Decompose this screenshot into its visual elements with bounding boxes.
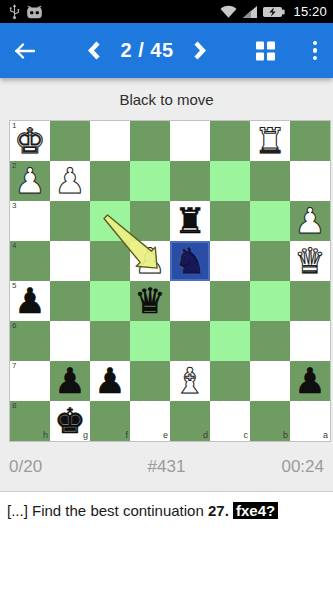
square-f1[interactable] [90,121,130,161]
rank-label-4: 4 [12,242,16,250]
square-b7[interactable] [250,361,290,401]
grid-view-button[interactable] [256,41,275,60]
square-a1[interactable] [290,121,330,161]
square-h6[interactable]: 6 [10,321,50,361]
score: 0/20 [9,457,114,477]
timer: 00:24 [219,457,324,477]
square-c1[interactable] [210,121,250,161]
file-label-e: e [163,431,168,440]
square-c7[interactable] [210,361,250,401]
square-e7[interactable] [130,361,170,401]
white-pawn-h2: ♟ [14,161,45,201]
square-g3[interactable] [50,201,90,241]
file-label-d: d [203,431,208,440]
chess-board[interactable]: 1♚♜2♟♟3♜♟4♟♞♛5♟♛67♟♟♝♟8hg♚fedcba [10,121,330,441]
white-queen-a4: ♛ [294,241,325,281]
puzzle-counter: 2 / 45 [120,39,173,62]
square-h4[interactable]: 4 [10,241,50,281]
toolbar: 2 / 45 [0,23,333,78]
rank-label-7: 7 [12,362,16,370]
black-knight-d4: ♞ [174,241,205,281]
square-e6[interactable] [130,321,170,361]
file-label-a: a [323,431,328,440]
rank-label-6: 6 [12,322,16,330]
white-pawn-e4: ♟ [134,241,165,281]
rank-label-2: 2 [12,162,16,170]
square-c8[interactable]: c [210,401,250,441]
usb-icon [9,4,20,20]
wifi-icon [220,5,237,18]
square-f7[interactable]: ♟ [90,361,130,401]
overflow-dots-icon [313,41,318,46]
puzzle-number: #431 [114,457,219,477]
square-a4[interactable]: ♛ [290,241,330,281]
square-h8[interactable]: 8h [10,401,50,441]
square-b5[interactable] [250,281,290,321]
square-g1[interactable] [50,121,90,161]
signal-icon [243,6,257,18]
square-f2[interactable] [90,161,130,201]
square-h3[interactable]: 3 [10,201,50,241]
square-f4[interactable] [90,241,130,281]
square-d3[interactable]: ♜ [170,201,210,241]
square-e2[interactable] [130,161,170,201]
battery-charging-icon [263,6,285,18]
square-d8[interactable]: d [170,401,210,441]
white-rook-b1: ♜ [254,121,285,161]
square-h1[interactable]: 1♚ [10,121,50,161]
prompt-prefix: [...] [7,502,28,519]
rank-label-3: 3 [12,202,16,210]
square-g8[interactable]: g♚ [50,401,90,441]
prompt-text: Find the best continuation [32,502,204,519]
square-e3[interactable] [130,201,170,241]
square-g7[interactable]: ♟ [50,361,90,401]
square-c3[interactable] [210,201,250,241]
square-a5[interactable] [290,281,330,321]
board-wrap: 1♚♜2♟♟3♜♟4♟♞♛5♟♛67♟♟♝♟8hg♚fedcba [9,120,331,442]
black-rook-d3: ♜ [174,201,205,241]
square-d6[interactable] [170,321,210,361]
square-a6[interactable] [290,321,330,361]
turn-banner: Black to move [0,78,333,120]
rank-label-1: 1 [12,122,16,130]
square-g4[interactable] [50,241,90,281]
square-a2[interactable] [290,161,330,201]
grid-icon [256,41,264,49]
black-pawn-a7: ♟ [294,361,325,401]
next-puzzle-button[interactable] [194,41,206,60]
status-bar: 15:20 [0,0,333,23]
square-d5[interactable] [170,281,210,321]
black-pawn-f7: ♟ [94,361,125,401]
square-c2[interactable] [210,161,250,201]
square-f8[interactable]: f [90,401,130,441]
rank-label-8: 8 [12,402,16,410]
file-label-c: c [244,431,249,440]
white-pawn-a3: ♟ [294,201,325,241]
square-d2[interactable] [170,161,210,201]
square-b1[interactable]: ♜ [250,121,290,161]
prompt-area: [...] Find the best continuation 27. fxe… [0,492,333,529]
board-section: Black to move 1♚♜2♟♟3♜♟4♟♞♛5♟♛67♟♟♝♟8hg♚… [0,78,333,492]
prev-puzzle-button[interactable] [88,41,100,60]
square-g6[interactable] [50,321,90,361]
black-queen-e5: ♛ [134,281,165,321]
square-f3[interactable] [90,201,130,241]
square-a8[interactable]: a [290,401,330,441]
black-pawn-g7: ♟ [54,361,85,401]
overflow-menu-button[interactable] [308,40,322,62]
square-d4[interactable]: ♞ [170,241,210,281]
puzzle-pager: 2 / 45 [88,23,206,78]
square-h7[interactable]: 7 [10,361,50,401]
square-e8[interactable]: e [130,401,170,441]
white-king-h1: ♚ [14,121,45,161]
file-label-g: g [83,431,88,440]
square-a3[interactable]: ♟ [290,201,330,241]
prompt-highlighted-move: fxe4? [233,502,278,519]
rank-label-5: 5 [12,282,16,290]
square-d7[interactable]: ♝ [170,361,210,401]
square-h5[interactable]: 5♟ [10,281,50,321]
square-e1[interactable] [130,121,170,161]
square-c6[interactable] [210,321,250,361]
white-bishop-d7: ♝ [174,361,205,401]
black-king-g8: ♚ [54,401,85,441]
file-label-h: h [43,431,48,440]
square-f6[interactable] [90,321,130,361]
square-b4[interactable] [250,241,290,281]
square-e4[interactable]: ♟ [130,241,170,281]
back-button[interactable] [11,38,37,64]
square-b3[interactable] [250,201,290,241]
cyanogenmod-icon [26,5,43,19]
square-g5[interactable] [50,281,90,321]
square-b2[interactable] [250,161,290,201]
square-b8[interactable]: b [250,401,290,441]
square-a7[interactable]: ♟ [290,361,330,401]
file-label-f: f [125,431,128,440]
square-c5[interactable] [210,281,250,321]
square-d1[interactable] [170,121,210,161]
square-b6[interactable] [250,321,290,361]
square-e5[interactable]: ♛ [130,281,170,321]
status-time: 15:20 [293,4,327,19]
white-pawn-g2: ♟ [54,161,85,201]
file-label-b: b [283,431,288,440]
square-h2[interactable]: 2♟ [10,161,50,201]
square-c4[interactable] [210,241,250,281]
square-g2[interactable]: ♟ [50,161,90,201]
prompt-move-number: 27. [208,502,229,519]
app-screen: 15:20 2 / 45 Black to move 1♚♜2♟♟3♜ [0,0,333,592]
back-arrow-icon [13,42,35,60]
black-pawn-h5: ♟ [14,281,45,321]
square-f5[interactable] [90,281,130,321]
stats-bar: 0/20 #431 00:24 [0,442,333,492]
